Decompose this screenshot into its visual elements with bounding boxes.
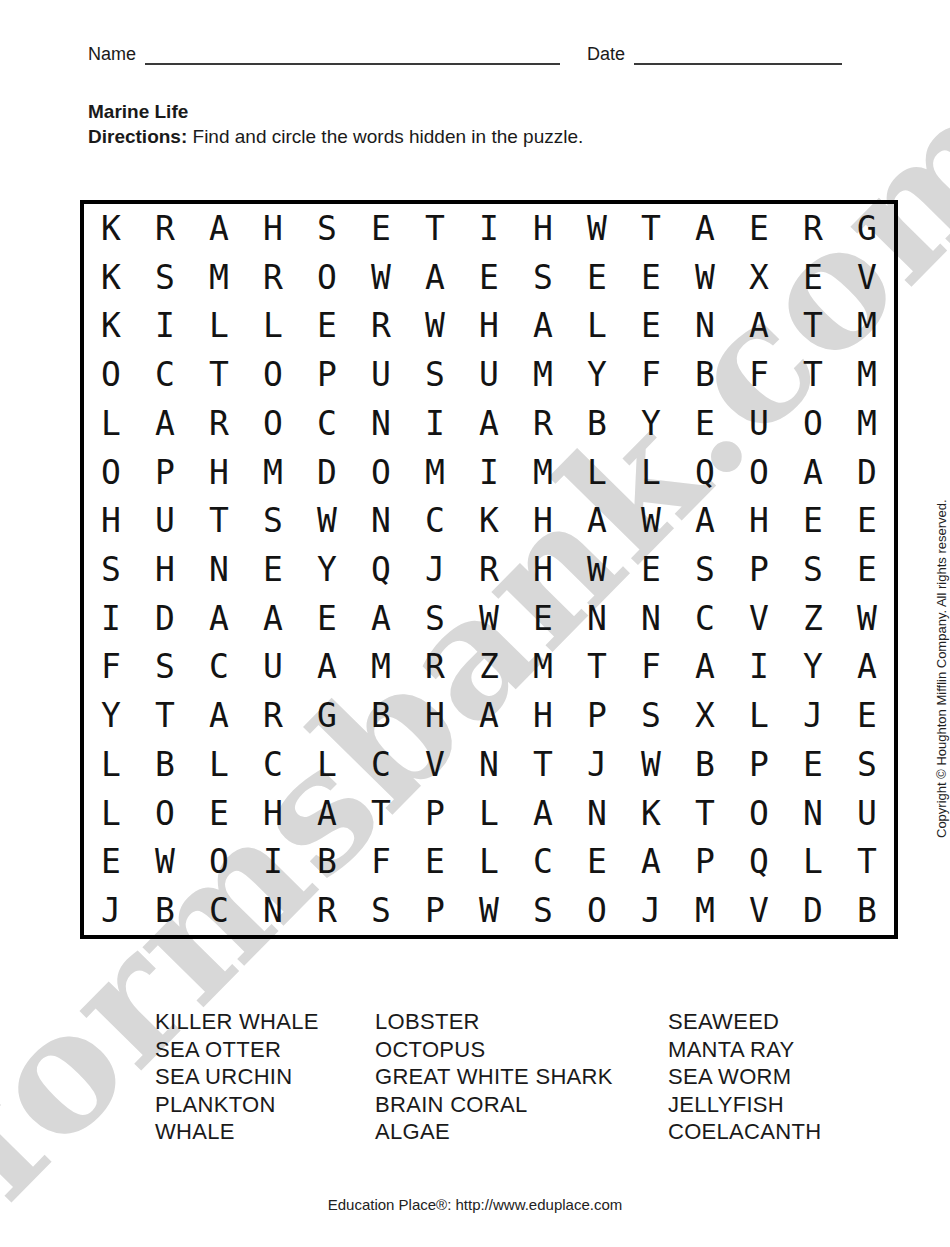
word-whale: WHALE <box>155 1118 319 1146</box>
grid-cell-r9-c1: I <box>84 594 138 643</box>
grid-cell-r4-c1: O <box>84 350 138 399</box>
grid-cell-r5-c12: E <box>678 399 732 448</box>
grid-cell-r11-c2: T <box>138 691 192 740</box>
grid-cell-r9-c12: C <box>678 594 732 643</box>
grid-cell-r1-c1: K <box>84 204 138 253</box>
grid-cell-r7-c6: N <box>354 496 408 545</box>
grid-cell-r13-c3: E <box>192 789 246 838</box>
grid-cell-r3-c4: L <box>246 301 300 350</box>
grid-cell-r2-c12: W <box>678 253 732 302</box>
footer-text: Education Place®: http://www.eduplace.co… <box>0 1196 950 1213</box>
grid-cell-r3-c2: I <box>138 301 192 350</box>
grid-cell-r7-c4: S <box>246 496 300 545</box>
grid-cell-r2-c10: E <box>570 253 624 302</box>
title-block: Marine Life Directions: Find and circle … <box>88 99 583 149</box>
grid-cell-r1-c4: H <box>246 204 300 253</box>
grid-cell-r4-c2: C <box>138 350 192 399</box>
grid-cell-r5-c15: M <box>840 399 894 448</box>
grid-cell-r6-c1: O <box>84 448 138 497</box>
side-copyright-text: Copyright © Houghton Mifflin Company. Al… <box>934 499 949 838</box>
grid-cell-r9-c10: N <box>570 594 624 643</box>
grid-cell-r9-c14: Z <box>786 594 840 643</box>
grid-cell-r14-c10: E <box>570 838 624 887</box>
grid-cell-r10-c8: Z <box>462 643 516 692</box>
grid-cell-r7-c11: W <box>624 496 678 545</box>
grid-cell-r2-c15: V <box>840 253 894 302</box>
grid-cell-r4-c11: F <box>624 350 678 399</box>
grid-cell-r8-c6: Q <box>354 545 408 594</box>
grid-cell-r6-c10: L <box>570 448 624 497</box>
grid-cell-r7-c12: A <box>678 496 732 545</box>
grid-cell-r15-c7: P <box>408 886 462 935</box>
grid-cell-r10-c7: R <box>408 643 462 692</box>
grid-cell-r5-c8: A <box>462 399 516 448</box>
grid-cell-r8-c3: N <box>192 545 246 594</box>
grid-cell-r8-c5: Y <box>300 545 354 594</box>
grid-cell-r6-c11: L <box>624 448 678 497</box>
grid-cell-r10-c12: A <box>678 643 732 692</box>
grid-cell-r14-c13: Q <box>732 838 786 887</box>
grid-cell-r11-c13: L <box>732 691 786 740</box>
grid-cell-r6-c4: M <box>246 448 300 497</box>
grid-cell-r11-c1: Y <box>84 691 138 740</box>
grid-cell-r1-c10: W <box>570 204 624 253</box>
grid-cell-r3-c3: L <box>192 301 246 350</box>
grid-cell-r12-c4: C <box>246 740 300 789</box>
grid-cell-r10-c4: U <box>246 643 300 692</box>
grid-cell-r2-c6: W <box>354 253 408 302</box>
grid-cell-r1-c9: H <box>516 204 570 253</box>
grid-cell-r8-c12: S <box>678 545 732 594</box>
directions-text: Find and circle the words hidden in the … <box>193 126 584 147</box>
grid-cell-r9-c7: S <box>408 594 462 643</box>
word-sea-urchin: SEA URCHIN <box>155 1063 319 1091</box>
word-plankton: PLANKTON <box>155 1091 319 1119</box>
grid-cell-r7-c5: W <box>300 496 354 545</box>
grid-cell-r11-c4: R <box>246 691 300 740</box>
grid-cell-r8-c10: W <box>570 545 624 594</box>
grid-cell-r12-c2: B <box>138 740 192 789</box>
grid-cell-r5-c9: R <box>516 399 570 448</box>
date-input-line[interactable] <box>634 49 842 65</box>
grid-cell-r10-c9: M <box>516 643 570 692</box>
grid-cell-r13-c10: N <box>570 789 624 838</box>
word-list-column-3: SEAWEEDMANTA RAYSEA WORMJELLYFISHCOELACA… <box>668 1008 821 1146</box>
grid-cell-r6-c8: I <box>462 448 516 497</box>
grid-cell-r14-c5: B <box>300 838 354 887</box>
grid-cell-r13-c5: A <box>300 789 354 838</box>
grid-cell-r2-c11: E <box>624 253 678 302</box>
grid-cell-r7-c15: E <box>840 496 894 545</box>
grid-cell-r2-c7: A <box>408 253 462 302</box>
word-brain-coral: BRAIN CORAL <box>375 1091 613 1119</box>
grid-cell-r3-c15: M <box>840 301 894 350</box>
grid-cell-r9-c13: V <box>732 594 786 643</box>
grid-cell-r4-c7: S <box>408 350 462 399</box>
grid-cell-r2-c8: E <box>462 253 516 302</box>
grid-cell-r4-c15: M <box>840 350 894 399</box>
word-list-column-2: LOBSTEROCTOPUSGREAT WHITE SHARKBRAIN COR… <box>375 1008 613 1146</box>
word-sea-otter: SEA OTTER <box>155 1036 319 1064</box>
grid-cell-r13-c9: A <box>516 789 570 838</box>
grid-cell-r7-c8: K <box>462 496 516 545</box>
date-label: Date <box>587 44 625 65</box>
word-lobster: LOBSTER <box>375 1008 613 1036</box>
grid-cell-r4-c6: U <box>354 350 408 399</box>
grid-cell-r5-c3: R <box>192 399 246 448</box>
grid-cell-r14-c12: P <box>678 838 732 887</box>
grid-cell-r1-c6: E <box>354 204 408 253</box>
word-search-grid: KRAHSETIHWTAERGKSMROWAESEEWXEVKILLERWHAL… <box>80 200 898 939</box>
word-killer-whale: KILLER WHALE <box>155 1008 319 1036</box>
grid-cell-r11-c12: X <box>678 691 732 740</box>
grid-cell-r13-c15: U <box>840 789 894 838</box>
grid-cell-r10-c10: T <box>570 643 624 692</box>
grid-cell-r14-c9: C <box>516 838 570 887</box>
grid-cell-r3-c1: K <box>84 301 138 350</box>
directions-label: Directions: <box>88 126 187 147</box>
grid-cell-r11-c7: H <box>408 691 462 740</box>
grid-cell-r9-c11: N <box>624 594 678 643</box>
grid-cell-r12-c6: C <box>354 740 408 789</box>
grid-cell-r6-c3: H <box>192 448 246 497</box>
grid-cell-r13-c7: P <box>408 789 462 838</box>
grid-cell-r6-c9: M <box>516 448 570 497</box>
grid-cell-r5-c1: L <box>84 399 138 448</box>
grid-cell-r15-c10: O <box>570 886 624 935</box>
grid-cell-r14-c2: W <box>138 838 192 887</box>
grid-cell-r5-c4: O <box>246 399 300 448</box>
grid-cell-r11-c6: B <box>354 691 408 740</box>
grid-cell-r15-c4: N <box>246 886 300 935</box>
grid-cell-r7-c9: H <box>516 496 570 545</box>
grid-cell-r15-c14: D <box>786 886 840 935</box>
grid-cell-r5-c5: C <box>300 399 354 448</box>
grid-cell-r15-c1: J <box>84 886 138 935</box>
grid-cell-r13-c1: L <box>84 789 138 838</box>
grid-cell-r6-c15: D <box>840 448 894 497</box>
grid-cell-r7-c10: A <box>570 496 624 545</box>
word-list: KILLER WHALESEA OTTERSEA URCHINPLANKTONW… <box>0 1008 950 1158</box>
grid-cell-r10-c6: M <box>354 643 408 692</box>
grid-cell-r5-c7: I <box>408 399 462 448</box>
grid-cell-r4-c10: Y <box>570 350 624 399</box>
grid-cell-r11-c9: H <box>516 691 570 740</box>
grid-cell-r9-c5: E <box>300 594 354 643</box>
grid-cell-r14-c11: A <box>624 838 678 887</box>
grid-cell-r10-c5: A <box>300 643 354 692</box>
grid-cell-r12-c9: T <box>516 740 570 789</box>
grid-cell-r3-c7: W <box>408 301 462 350</box>
grid-cell-r1-c11: T <box>624 204 678 253</box>
grid-cell-r13-c2: O <box>138 789 192 838</box>
grid-cell-r3-c5: E <box>300 301 354 350</box>
grid-cell-r14-c15: T <box>840 838 894 887</box>
grid-cell-r15-c5: R <box>300 886 354 935</box>
grid-cell-r3-c10: L <box>570 301 624 350</box>
grid-cell-r2-c1: K <box>84 253 138 302</box>
grid-cell-r8-c4: E <box>246 545 300 594</box>
grid-cell-r4-c8: U <box>462 350 516 399</box>
grid-cell-r12-c13: P <box>732 740 786 789</box>
grid-cell-r8-c14: S <box>786 545 840 594</box>
word-sea-worm: SEA WORM <box>668 1063 821 1091</box>
grid-cell-r7-c13: H <box>732 496 786 545</box>
grid-cell-r2-c13: X <box>732 253 786 302</box>
grid-cell-r4-c13: F <box>732 350 786 399</box>
grid-cell-r15-c3: C <box>192 886 246 935</box>
grid-cell-r5-c13: U <box>732 399 786 448</box>
grid-cell-r9-c2: D <box>138 594 192 643</box>
grid-cell-r1-c2: R <box>138 204 192 253</box>
word-octopus: OCTOPUS <box>375 1036 613 1064</box>
grid-cell-r6-c12: Q <box>678 448 732 497</box>
grid-cell-r8-c13: P <box>732 545 786 594</box>
grid-cell-r13-c6: T <box>354 789 408 838</box>
grid-cell-r8-c1: S <box>84 545 138 594</box>
grid-cell-r2-c2: S <box>138 253 192 302</box>
grid-cell-r10-c13: I <box>732 643 786 692</box>
grid-cell-r13-c13: O <box>732 789 786 838</box>
grid-cell-r10-c14: Y <box>786 643 840 692</box>
grid-cell-r9-c6: A <box>354 594 408 643</box>
grid-cell-r2-c14: E <box>786 253 840 302</box>
word-jellyfish: JELLYFISH <box>668 1091 821 1119</box>
grid-cell-r11-c8: A <box>462 691 516 740</box>
grid-cell-r3-c13: A <box>732 301 786 350</box>
grid-cell-r10-c3: C <box>192 643 246 692</box>
grid-cell-r8-c8: R <box>462 545 516 594</box>
grid-cell-r7-c7: C <box>408 496 462 545</box>
grid-cell-r4-c4: O <box>246 350 300 399</box>
name-date-row: Name Date <box>88 44 863 65</box>
grid-cell-r10-c15: A <box>840 643 894 692</box>
grid-cell-r4-c9: M <box>516 350 570 399</box>
grid-cell-r15-c2: B <box>138 886 192 935</box>
grid-cell-r1-c7: T <box>408 204 462 253</box>
grid-cell-r14-c8: L <box>462 838 516 887</box>
grid-cell-r5-c14: O <box>786 399 840 448</box>
grid-cell-r9-c9: E <box>516 594 570 643</box>
grid-cell-r12-c14: E <box>786 740 840 789</box>
grid-cell-r5-c11: Y <box>624 399 678 448</box>
grid-cell-r13-c4: H <box>246 789 300 838</box>
grid-cell-r15-c8: W <box>462 886 516 935</box>
grid-cell-r6-c6: O <box>354 448 408 497</box>
grid-cell-r5-c6: N <box>354 399 408 448</box>
grid-cell-r14-c4: I <box>246 838 300 887</box>
grid-cell-r11-c3: A <box>192 691 246 740</box>
grid-cell-r3-c9: A <box>516 301 570 350</box>
grid-cell-r1-c12: A <box>678 204 732 253</box>
grid-cell-r8-c15: E <box>840 545 894 594</box>
grid-cell-r1-c14: R <box>786 204 840 253</box>
grid-cell-r5-c10: B <box>570 399 624 448</box>
grid-cell-r6-c7: M <box>408 448 462 497</box>
grid-cell-r7-c3: T <box>192 496 246 545</box>
grid-cell-r3-c8: H <box>462 301 516 350</box>
grid-cell-r15-c11: J <box>624 886 678 935</box>
word-seaweed: SEAWEED <box>668 1008 821 1036</box>
grid-cell-r13-c12: T <box>678 789 732 838</box>
grid-cell-r7-c2: U <box>138 496 192 545</box>
grid-cell-r10-c1: F <box>84 643 138 692</box>
grid-cell-r11-c10: P <box>570 691 624 740</box>
grid-cell-r2-c4: R <box>246 253 300 302</box>
grid-cell-r3-c12: N <box>678 301 732 350</box>
grid-cell-r5-c2: A <box>138 399 192 448</box>
grid-cell-r15-c9: S <box>516 886 570 935</box>
grid-cell-r4-c12: B <box>678 350 732 399</box>
grid-cell-r9-c8: W <box>462 594 516 643</box>
grid-cell-r12-c3: L <box>192 740 246 789</box>
grid-cell-r6-c5: D <box>300 448 354 497</box>
grid-cell-r14-c6: F <box>354 838 408 887</box>
grid-cell-r8-c11: E <box>624 545 678 594</box>
grid-cell-r2-c3: M <box>192 253 246 302</box>
directions-line: Directions: Find and circle the words hi… <box>88 124 583 149</box>
grid-cell-r8-c2: H <box>138 545 192 594</box>
grid-cell-r15-c15: B <box>840 886 894 935</box>
grid-cell-r11-c11: S <box>624 691 678 740</box>
grid-cell-r2-c9: S <box>516 253 570 302</box>
grid-cell-r4-c3: T <box>192 350 246 399</box>
word-great-white-shark: GREAT WHITE SHARK <box>375 1063 613 1091</box>
word-algae: ALGAE <box>375 1118 613 1146</box>
grid-cell-r6-c14: A <box>786 448 840 497</box>
grid-cell-r8-c7: J <box>408 545 462 594</box>
grid-cell-r6-c2: P <box>138 448 192 497</box>
grid-cell-r1-c13: E <box>732 204 786 253</box>
grid-cell-r1-c5: S <box>300 204 354 253</box>
grid-cell-r12-c12: B <box>678 740 732 789</box>
grid-cell-r12-c7: V <box>408 740 462 789</box>
grid-cell-r3-c14: T <box>786 301 840 350</box>
grid-cell-r14-c14: L <box>786 838 840 887</box>
grid-cell-r12-c1: L <box>84 740 138 789</box>
grid-cell-r1-c3: A <box>192 204 246 253</box>
grid-cell-r13-c11: K <box>624 789 678 838</box>
grid-cell-r15-c13: V <box>732 886 786 935</box>
grid-cell-r12-c5: L <box>300 740 354 789</box>
name-label: Name <box>88 44 136 65</box>
grid-cell-r11-c5: G <box>300 691 354 740</box>
grid-cell-r9-c3: A <box>192 594 246 643</box>
grid-cell-r11-c14: J <box>786 691 840 740</box>
grid-cell-r3-c6: R <box>354 301 408 350</box>
grid-cell-r12-c11: W <box>624 740 678 789</box>
grid-cell-r10-c11: F <box>624 643 678 692</box>
grid-cell-r13-c14: N <box>786 789 840 838</box>
grid-cell-r12-c10: J <box>570 740 624 789</box>
grid-cell-r6-c13: O <box>732 448 786 497</box>
word-list-column-1: KILLER WHALESEA OTTERSEA URCHINPLANKTONW… <box>155 1008 319 1146</box>
grid-cell-r15-c12: M <box>678 886 732 935</box>
grid-cell-r14-c7: E <box>408 838 462 887</box>
grid-cell-r13-c8: L <box>462 789 516 838</box>
grid-cell-r12-c8: N <box>462 740 516 789</box>
page-title: Marine Life <box>88 99 583 124</box>
word-manta-ray: MANTA RAY <box>668 1036 821 1064</box>
grid-cell-r1-c8: I <box>462 204 516 253</box>
grid-cell-r12-c15: S <box>840 740 894 789</box>
grid-cell-r11-c15: E <box>840 691 894 740</box>
grid-cell-r4-c14: T <box>786 350 840 399</box>
grid-cell-r14-c1: E <box>84 838 138 887</box>
grid-cell-r10-c2: S <box>138 643 192 692</box>
grid-cell-r2-c5: O <box>300 253 354 302</box>
grid-cell-r3-c11: E <box>624 301 678 350</box>
grid-cell-r4-c5: P <box>300 350 354 399</box>
grid-cell-r14-c3: O <box>192 838 246 887</box>
grid-cell-r15-c6: S <box>354 886 408 935</box>
grid-cell-r7-c14: E <box>786 496 840 545</box>
grid-cell-r7-c1: H <box>84 496 138 545</box>
name-input-line[interactable] <box>145 49 560 65</box>
grid-cell-r9-c4: A <box>246 594 300 643</box>
word-coelacanth: COELACANTH <box>668 1118 821 1146</box>
grid-cell-r9-c15: W <box>840 594 894 643</box>
grid-cell-r1-c15: G <box>840 204 894 253</box>
grid-cell-r8-c9: H <box>516 545 570 594</box>
